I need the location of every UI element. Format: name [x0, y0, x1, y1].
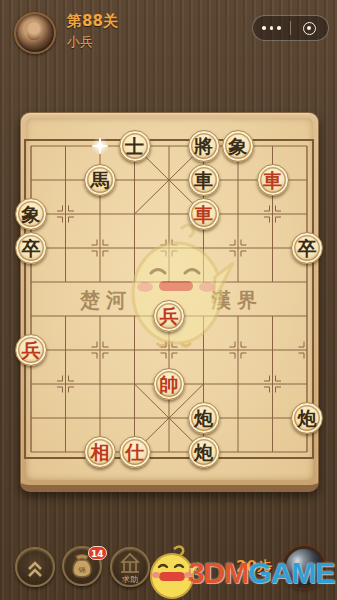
site-watermark: 3DMGAME: [188, 556, 334, 590]
piece-炮-black[interactable]: 炮: [188, 402, 220, 434]
player-avatar[interactable]: [14, 12, 56, 54]
pavilion-icon: 求助: [114, 550, 146, 584]
piece-卒-black[interactable]: 卒: [15, 232, 47, 264]
piece-仕-red[interactable]: 仕: [119, 436, 151, 468]
xiangqi-board[interactable]: 楚河 漢界 士將象馬車車象車卒卒兵兵帥炮炮相仕炮: [20, 112, 319, 492]
piece-兵-red[interactable]: 兵: [153, 300, 185, 332]
piece-象-black[interactable]: 象: [15, 198, 47, 230]
miniprogram-capsule: [252, 15, 329, 41]
help-label: 求助: [121, 575, 138, 584]
piece-車-black[interactable]: 車: [188, 164, 220, 196]
piece-兵-red[interactable]: 兵: [15, 334, 47, 366]
hint-count-badge: 14: [88, 546, 107, 560]
piece-帥-red[interactable]: 帥: [153, 368, 185, 400]
piece-士-black[interactable]: 士: [119, 130, 151, 162]
collapse-button[interactable]: [15, 547, 55, 587]
chick-mascot-watermark: [123, 219, 235, 351]
bag-character: 锦: [78, 566, 86, 574]
piece-炮-black[interactable]: 炮: [291, 402, 323, 434]
level-title: 第88关: [67, 12, 118, 31]
piece-相-red[interactable]: 相: [84, 436, 116, 468]
double-chevron-up-icon: [21, 553, 49, 581]
piece-象-black[interactable]: 象: [222, 130, 254, 162]
help-button[interactable]: 求助: [110, 547, 150, 587]
piece-車-red[interactable]: 車: [257, 164, 289, 196]
watermark-game: GAME: [248, 556, 334, 589]
close-target-icon[interactable]: [291, 22, 327, 35]
move-sparkle-highlight: [91, 137, 109, 155]
level-subtitle: 小兵: [67, 33, 93, 51]
piece-馬-black[interactable]: 馬: [84, 164, 116, 196]
header: 第88关 小兵: [0, 0, 337, 60]
piece-將-black[interactable]: 將: [188, 130, 220, 162]
piece-卒-black[interactable]: 卒: [291, 232, 323, 264]
piece-炮-black[interactable]: 炮: [188, 436, 220, 468]
piece-車-red[interactable]: 車: [188, 198, 220, 230]
more-menu-icon[interactable]: [253, 26, 290, 30]
watermark-3dm: 3DM: [188, 556, 248, 589]
